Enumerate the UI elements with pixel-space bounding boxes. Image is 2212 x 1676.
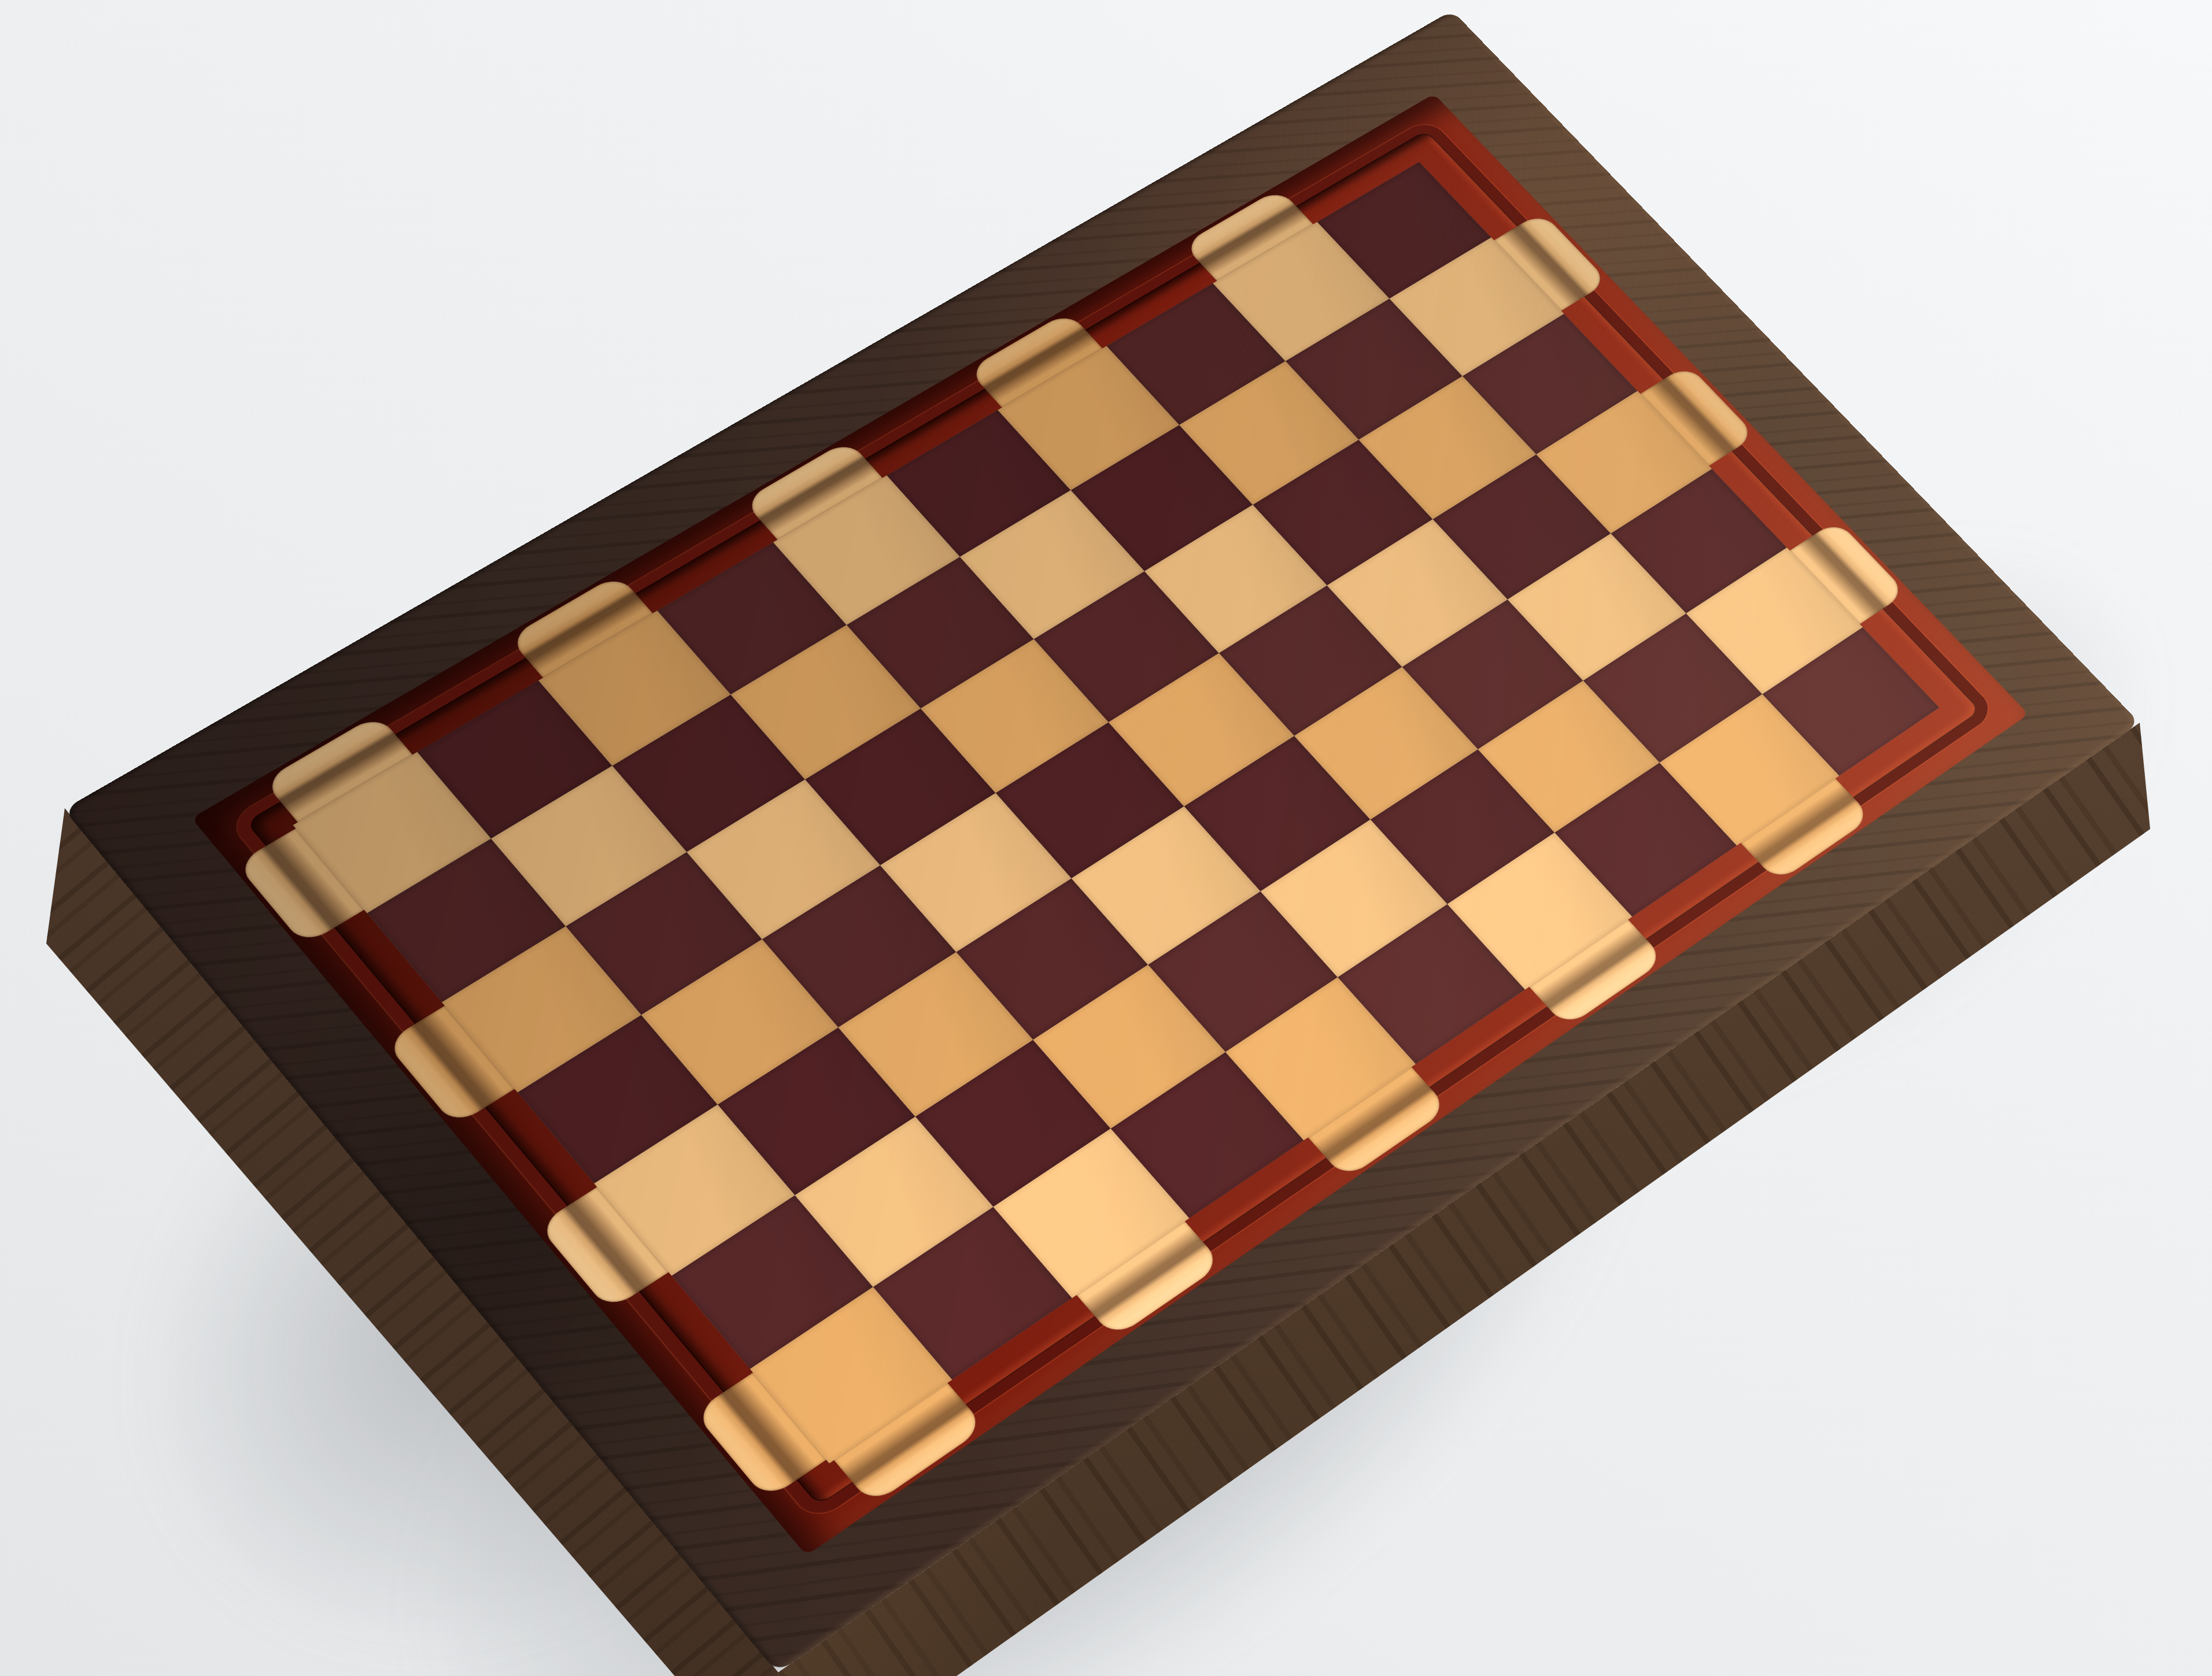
maple-groove-scallop	[743, 439, 882, 539]
photo-scene	[0, 0, 2212, 1676]
checkerboard-grid	[293, 162, 1940, 1463]
maple-groove-scallop	[263, 714, 413, 822]
maple-groove-scallop	[508, 574, 653, 678]
cutting-board-top-face	[64, 10, 2140, 1673]
